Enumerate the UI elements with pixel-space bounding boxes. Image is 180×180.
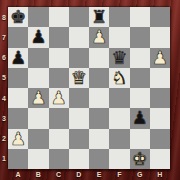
square-e8[interactable]: ♜: [89, 7, 109, 27]
rank-label-2: 2: [0, 129, 8, 149]
file-label-h: H: [150, 168, 170, 180]
square-b8[interactable]: [28, 7, 48, 27]
square-g6[interactable]: [130, 48, 150, 68]
square-h1[interactable]: [150, 149, 170, 169]
square-e2[interactable]: [89, 129, 109, 149]
file-label-a: A: [8, 168, 28, 180]
square-g3[interactable]: ♟: [130, 108, 150, 128]
file-label-c: C: [49, 168, 69, 180]
square-h5[interactable]: [150, 68, 170, 88]
square-f6[interactable]: ♛: [109, 48, 129, 68]
piece-black-pawn[interactable]: ♟: [30, 27, 46, 47]
square-f2[interactable]: [109, 129, 129, 149]
square-b2[interactable]: [28, 129, 48, 149]
square-b3[interactable]: [28, 108, 48, 128]
square-d3[interactable]: [69, 108, 89, 128]
square-c3[interactable]: [49, 108, 69, 128]
square-d5[interactable]: ♛: [69, 68, 89, 88]
piece-white-pawn[interactable]: ♟: [152, 47, 168, 67]
square-a8[interactable]: ♚: [8, 7, 28, 27]
square-a6[interactable]: ♟: [8, 48, 28, 68]
square-c5[interactable]: [49, 68, 69, 88]
rank-label-5: 5: [0, 68, 8, 88]
square-e6[interactable]: [89, 48, 109, 68]
square-g1[interactable]: ♚: [130, 149, 150, 169]
piece-white-pawn[interactable]: ♟: [10, 128, 26, 148]
square-e1[interactable]: [89, 149, 109, 169]
piece-black-rook[interactable]: ♜: [91, 7, 107, 27]
square-f8[interactable]: [109, 7, 129, 27]
piece-white-queen[interactable]: ♛: [71, 67, 87, 87]
square-h6[interactable]: ♟: [150, 48, 170, 68]
square-f3[interactable]: [109, 108, 129, 128]
piece-black-king[interactable]: ♚: [10, 7, 26, 27]
square-c2[interactable]: [49, 129, 69, 149]
square-d2[interactable]: [69, 129, 89, 149]
square-h4[interactable]: [150, 88, 170, 108]
square-a7[interactable]: [8, 27, 28, 47]
square-b1[interactable]: [28, 149, 48, 169]
rank-label-8: 8: [0, 7, 8, 27]
piece-black-queen[interactable]: ♛: [111, 47, 127, 67]
piece-white-pawn[interactable]: ♟: [91, 27, 107, 47]
piece-white-knight[interactable]: ♞: [111, 67, 127, 87]
rank-label-3: 3: [0, 108, 8, 128]
chessboard: ♚♜♟♟♟♛♟♛♞♟♟♟♟♚: [8, 7, 170, 169]
square-e3[interactable]: [89, 108, 109, 128]
square-f7[interactable]: [109, 27, 129, 47]
square-a3[interactable]: [8, 108, 28, 128]
square-a2[interactable]: ♟: [8, 129, 28, 149]
square-c6[interactable]: [49, 48, 69, 68]
square-g2[interactable]: [130, 129, 150, 149]
rank-label-6: 6: [0, 48, 8, 68]
square-h7[interactable]: [150, 27, 170, 47]
file-label-e: E: [89, 168, 109, 180]
rank-label-4: 4: [0, 88, 8, 108]
square-d6[interactable]: [69, 48, 89, 68]
square-b4[interactable]: ♟: [28, 88, 48, 108]
square-d1[interactable]: [69, 149, 89, 169]
board-frame: ♚♜♟♟♟♛♟♛♞♟♟♟♟♚ 87654321ABCDEFGH: [0, 0, 180, 180]
square-b7[interactable]: ♟: [28, 27, 48, 47]
piece-black-pawn[interactable]: ♟: [10, 47, 26, 67]
square-g8[interactable]: [130, 7, 150, 27]
square-c7[interactable]: [49, 27, 69, 47]
file-label-f: F: [109, 168, 129, 180]
square-a5[interactable]: [8, 68, 28, 88]
file-label-d: D: [69, 168, 89, 180]
square-c4[interactable]: ♟: [49, 88, 69, 108]
square-b5[interactable]: [28, 68, 48, 88]
square-g7[interactable]: [130, 27, 150, 47]
file-label-g: G: [130, 168, 150, 180]
rank-label-1: 1: [0, 149, 8, 169]
square-a1[interactable]: [8, 149, 28, 169]
square-f4[interactable]: [109, 88, 129, 108]
square-c1[interactable]: [49, 149, 69, 169]
square-e4[interactable]: [89, 88, 109, 108]
square-h2[interactable]: [150, 129, 170, 149]
square-h8[interactable]: [150, 7, 170, 27]
piece-white-pawn[interactable]: ♟: [30, 88, 46, 108]
square-e7[interactable]: ♟: [89, 27, 109, 47]
rank-label-7: 7: [0, 27, 8, 47]
square-d7[interactable]: [69, 27, 89, 47]
square-d8[interactable]: [69, 7, 89, 27]
square-f1[interactable]: [109, 149, 129, 169]
square-a4[interactable]: [8, 88, 28, 108]
square-d4[interactable]: [69, 88, 89, 108]
square-h3[interactable]: [150, 108, 170, 128]
square-g5[interactable]: [130, 68, 150, 88]
square-f5[interactable]: ♞: [109, 68, 129, 88]
piece-black-pawn[interactable]: ♟: [132, 108, 148, 128]
square-e5[interactable]: [89, 68, 109, 88]
square-c8[interactable]: [49, 7, 69, 27]
piece-white-pawn[interactable]: ♟: [51, 88, 67, 108]
square-g4[interactable]: [130, 88, 150, 108]
file-label-b: B: [28, 168, 48, 180]
piece-white-king[interactable]: ♚: [132, 148, 148, 168]
square-b6[interactable]: [28, 48, 48, 68]
